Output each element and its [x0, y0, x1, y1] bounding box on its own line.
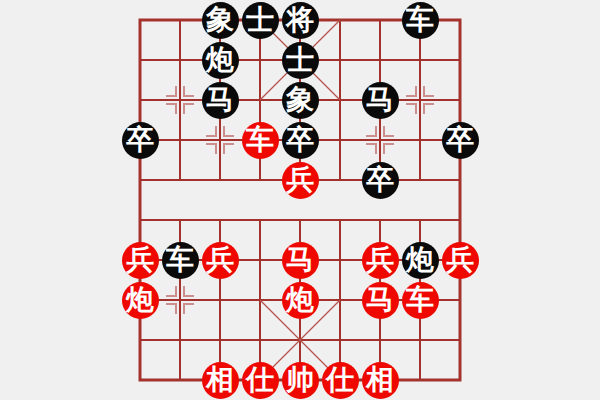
red-horse-2[interactable]: 马: [362, 282, 399, 319]
black-chariot-1[interactable]: 车: [402, 2, 439, 39]
black-soldier-1[interactable]: 卒: [122, 122, 159, 159]
black-cannon-1[interactable]: 炮: [202, 42, 239, 79]
black-horse-1[interactable]: 马: [202, 82, 239, 119]
black-cannon-2[interactable]: 炮: [402, 242, 439, 279]
red-general[interactable]: 帅: [282, 362, 319, 399]
black-advisor-2[interactable]: 士: [282, 42, 319, 79]
black-soldier-2[interactable]: 卒: [282, 122, 319, 159]
red-soldier-3[interactable]: 兵: [202, 242, 239, 279]
red-horse-1[interactable]: 马: [282, 242, 319, 279]
black-general[interactable]: 将: [282, 2, 319, 39]
pieces-layer: 象士将车炮士马象马卒车卒卒兵卒兵车兵马兵炮兵炮炮马车相仕帅仕相: [0, 0, 600, 400]
red-soldier-1[interactable]: 兵: [282, 162, 319, 199]
black-horse-2[interactable]: 马: [362, 82, 399, 119]
black-soldier-4[interactable]: 卒: [362, 162, 399, 199]
red-chariot-2[interactable]: 车: [402, 282, 439, 319]
red-soldier-4[interactable]: 兵: [362, 242, 399, 279]
xiangqi-board: 象士将车炮士马象马卒车卒卒兵卒兵车兵马兵炮兵炮炮马车相仕帅仕相: [0, 0, 600, 400]
black-elephant-2[interactable]: 象: [282, 82, 319, 119]
black-advisor-1[interactable]: 士: [242, 2, 279, 39]
red-soldier-5[interactable]: 兵: [442, 242, 479, 279]
red-chariot-1[interactable]: 车: [242, 122, 279, 159]
red-cannon-2[interactable]: 炮: [282, 282, 319, 319]
red-elephant-1[interactable]: 相: [202, 362, 239, 399]
black-soldier-3[interactable]: 卒: [442, 122, 479, 159]
red-cannon-1[interactable]: 炮: [122, 282, 159, 319]
red-soldier-2[interactable]: 兵: [122, 242, 159, 279]
red-advisor-2[interactable]: 仕: [322, 362, 359, 399]
black-elephant-1[interactable]: 象: [202, 2, 239, 39]
red-advisor-1[interactable]: 仕: [242, 362, 279, 399]
red-elephant-2[interactable]: 相: [362, 362, 399, 399]
black-chariot-2[interactable]: 车: [162, 242, 199, 279]
